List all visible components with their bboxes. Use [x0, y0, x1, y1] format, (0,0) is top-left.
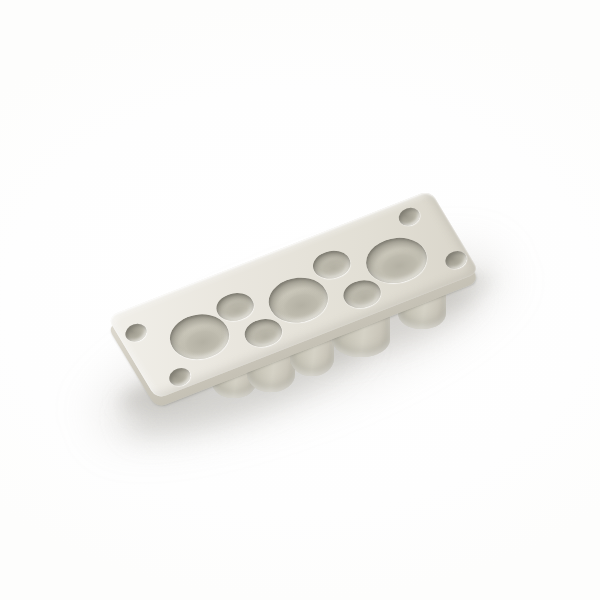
- cable-entry-hole-small: [238, 314, 287, 352]
- cable-entry-hole-small: [337, 275, 386, 313]
- corner-screw-hole: [121, 320, 151, 345]
- cable-entry-hole-small: [307, 246, 356, 284]
- corner-screw-hole: [441, 248, 471, 273]
- product-photo-stage: [0, 0, 600, 600]
- corner-screw-hole: [395, 205, 425, 230]
